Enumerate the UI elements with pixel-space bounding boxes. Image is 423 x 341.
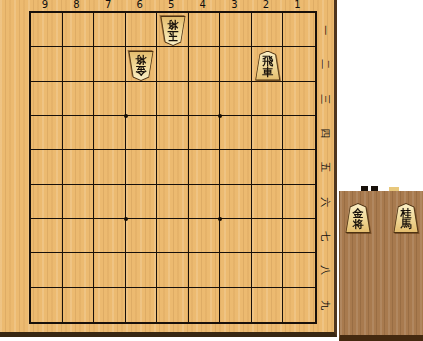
rank-label-6: 六 (308, 193, 342, 211)
square-28[interactable] (252, 253, 284, 287)
piece-knight-sente[interactable]: 桂馬 (393, 203, 419, 233)
square-52[interactable] (157, 47, 189, 81)
square-56[interactable] (157, 185, 189, 219)
piece-kanji-char: 車 (262, 67, 273, 78)
square-41[interactable] (189, 13, 221, 47)
shogi-app: 987654321 一二三四五六七八九 玉将金将飛車 金将桂馬 (0, 0, 423, 341)
piece-kanji-char: 将 (168, 19, 179, 30)
file-label-7: 7 (92, 0, 124, 11)
file-label-8: 8 (61, 0, 93, 11)
square-35[interactable] (220, 150, 252, 184)
square-94[interactable] (31, 116, 63, 150)
square-81[interactable] (63, 13, 95, 47)
square-82[interactable] (63, 47, 95, 81)
square-87[interactable] (63, 219, 95, 253)
square-69[interactable] (126, 288, 158, 322)
square-24[interactable] (252, 116, 284, 150)
piece-king-gote[interactable]: 玉将 (160, 16, 186, 46)
file-label-3: 3 (218, 0, 250, 11)
square-64[interactable] (126, 116, 158, 150)
square-44[interactable] (189, 116, 221, 150)
square-55[interactable] (157, 150, 189, 184)
square-95[interactable] (31, 150, 63, 184)
star-point (124, 114, 128, 118)
piece-kanji-char: 玉 (168, 30, 179, 41)
file-label-5: 5 (155, 0, 187, 11)
square-27[interactable] (252, 219, 284, 253)
rank-label-8: 八 (308, 261, 342, 279)
square-86[interactable] (63, 185, 95, 219)
rank-label-9: 九 (308, 296, 342, 314)
square-76[interactable] (94, 185, 126, 219)
square-49[interactable] (189, 288, 221, 322)
star-point (124, 217, 128, 221)
square-31[interactable] (220, 13, 252, 47)
square-42[interactable] (189, 47, 221, 81)
square-61[interactable] (126, 13, 158, 47)
square-21[interactable] (252, 13, 284, 47)
square-53[interactable] (157, 82, 189, 116)
piece-kanji: 飛車 (255, 54, 281, 80)
square-29[interactable] (252, 288, 284, 322)
piece-kanji-char: 将 (136, 54, 147, 65)
piece-gold-sente[interactable]: 金将 (345, 203, 371, 233)
file-label-2: 2 (250, 0, 282, 11)
square-93[interactable] (31, 82, 63, 116)
square-33[interactable] (220, 82, 252, 116)
piece-kanji-char: 馬 (401, 219, 412, 230)
square-97[interactable] (31, 219, 63, 253)
square-58[interactable] (157, 253, 189, 287)
square-46[interactable] (189, 185, 221, 219)
square-79[interactable] (94, 288, 126, 322)
rank-label-7: 七 (308, 227, 342, 245)
piece-kanji: 金将 (128, 52, 154, 78)
square-92[interactable] (31, 47, 63, 81)
square-26[interactable] (252, 185, 284, 219)
piece-kanji-char: 将 (353, 219, 364, 230)
square-68[interactable] (126, 253, 158, 287)
square-85[interactable] (63, 150, 95, 184)
square-67[interactable] (126, 219, 158, 253)
file-label-1: 1 (281, 0, 313, 11)
square-84[interactable] (63, 116, 95, 150)
square-74[interactable] (94, 116, 126, 150)
square-83[interactable] (63, 82, 95, 116)
square-66[interactable] (126, 185, 158, 219)
square-98[interactable] (31, 253, 63, 287)
piece-gold-gote[interactable]: 金将 (128, 51, 154, 81)
square-63[interactable] (126, 82, 158, 116)
piece-kanji-char: 飛 (262, 56, 273, 67)
rank-label-3: 三 (308, 90, 342, 108)
rank-label-5: 五 (308, 158, 342, 176)
square-77[interactable] (94, 219, 126, 253)
piece-kanji: 金将 (345, 206, 371, 232)
square-65[interactable] (126, 150, 158, 184)
file-label-4: 4 (187, 0, 219, 11)
square-89[interactable] (63, 288, 95, 322)
square-88[interactable] (63, 253, 95, 287)
square-71[interactable] (94, 13, 126, 47)
square-99[interactable] (31, 288, 63, 322)
square-48[interactable] (189, 253, 221, 287)
square-32[interactable] (220, 47, 252, 81)
square-36[interactable] (220, 185, 252, 219)
square-39[interactable] (220, 288, 252, 322)
square-54[interactable] (157, 116, 189, 150)
piece-kanji: 玉将 (160, 17, 186, 43)
square-73[interactable] (94, 82, 126, 116)
rank-label-4: 四 (308, 124, 342, 142)
square-43[interactable] (189, 82, 221, 116)
piece-rook-sente[interactable]: 飛車 (255, 51, 281, 81)
square-34[interactable] (220, 116, 252, 150)
piece-kanji: 桂馬 (393, 206, 419, 232)
square-45[interactable] (189, 150, 221, 184)
square-25[interactable] (252, 150, 284, 184)
square-96[interactable] (31, 185, 63, 219)
square-72[interactable] (94, 47, 126, 81)
square-47[interactable] (189, 219, 221, 253)
square-37[interactable] (220, 219, 252, 253)
square-38[interactable] (220, 253, 252, 287)
square-75[interactable] (94, 150, 126, 184)
square-91[interactable] (31, 13, 63, 47)
square-78[interactable] (94, 253, 126, 287)
square-59[interactable] (157, 288, 189, 322)
sente-hand-tray[interactable]: 金将桂馬 (339, 191, 423, 341)
rank-label-2: 二 (308, 55, 342, 73)
star-point (218, 114, 222, 118)
square-57[interactable] (157, 219, 189, 253)
square-23[interactable] (252, 82, 284, 116)
piece-kanji-char: 金 (136, 65, 147, 76)
rank-label-1: 一 (308, 21, 342, 39)
star-point (218, 217, 222, 221)
file-label-6: 6 (124, 0, 156, 11)
file-label-9: 9 (29, 0, 61, 11)
shogi-board-panel: 987654321 一二三四五六七八九 玉将金将飛車 (0, 0, 337, 337)
